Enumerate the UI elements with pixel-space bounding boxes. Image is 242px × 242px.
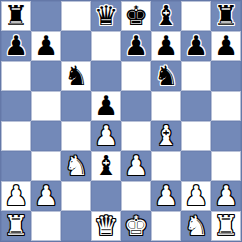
square-d1[interactable]: ♛ — [91, 211, 121, 241]
square-h2[interactable]: ♟ — [211, 181, 241, 211]
black-pawn-b7[interactable]: ♟ — [34, 31, 58, 61]
square-f3[interactable] — [151, 151, 181, 181]
square-d7[interactable] — [91, 31, 121, 61]
square-a2[interactable]: ♟ — [1, 181, 31, 211]
white-pawn-f2[interactable]: ♟ — [154, 181, 178, 211]
white-pawn-g2[interactable]: ♟ — [184, 181, 208, 211]
square-e8[interactable]: ♚ — [121, 1, 151, 31]
chess-board: ♜♛♚♝♜♟♟♟♟♟♟♞♞♟♟♝♞♝♟♟♟♟♟♟♜♛♚♞♜ — [0, 0, 242, 242]
black-bishop-f8[interactable]: ♝ — [154, 1, 178, 31]
square-c6[interactable]: ♞ — [61, 61, 91, 91]
black-pawn-g7[interactable]: ♟ — [184, 31, 208, 61]
square-e6[interactable] — [121, 61, 151, 91]
square-f1[interactable] — [151, 211, 181, 241]
square-e4[interactable] — [121, 121, 151, 151]
square-e1[interactable]: ♚ — [121, 211, 151, 241]
square-f8[interactable]: ♝ — [151, 1, 181, 31]
square-d4[interactable]: ♟ — [91, 121, 121, 151]
square-g5[interactable] — [181, 91, 211, 121]
black-bishop-d3[interactable]: ♝ — [94, 151, 118, 181]
square-h3[interactable] — [211, 151, 241, 181]
square-d3[interactable]: ♝ — [91, 151, 121, 181]
white-bishop-f4[interactable]: ♝ — [154, 121, 178, 151]
square-a7[interactable]: ♟ — [1, 31, 31, 61]
square-a3[interactable] — [1, 151, 31, 181]
black-king-e8[interactable]: ♚ — [124, 1, 148, 31]
black-rook-a8[interactable]: ♜ — [4, 1, 28, 31]
square-h7[interactable]: ♟ — [211, 31, 241, 61]
square-d5[interactable]: ♟ — [91, 91, 121, 121]
square-g3[interactable] — [181, 151, 211, 181]
black-knight-c6[interactable]: ♞ — [64, 61, 88, 91]
square-e5[interactable] — [121, 91, 151, 121]
white-rook-a1[interactable]: ♜ — [4, 211, 28, 241]
square-c7[interactable] — [61, 31, 91, 61]
white-knight-g1[interactable]: ♞ — [184, 211, 208, 241]
square-b4[interactable] — [31, 121, 61, 151]
square-e3[interactable]: ♟ — [121, 151, 151, 181]
black-knight-f6[interactable]: ♞ — [154, 61, 178, 91]
black-pawn-d5[interactable]: ♟ — [94, 91, 118, 121]
square-a4[interactable] — [1, 121, 31, 151]
square-e7[interactable]: ♟ — [121, 31, 151, 61]
white-knight-c3[interactable]: ♞ — [64, 151, 88, 181]
white-rook-h1[interactable]: ♜ — [214, 211, 238, 241]
square-h8[interactable]: ♜ — [211, 1, 241, 31]
white-pawn-e3[interactable]: ♟ — [124, 151, 148, 181]
square-h1[interactable]: ♜ — [211, 211, 241, 241]
square-c1[interactable] — [61, 211, 91, 241]
square-b1[interactable] — [31, 211, 61, 241]
square-a1[interactable]: ♜ — [1, 211, 31, 241]
square-c8[interactable] — [61, 1, 91, 31]
square-g2[interactable]: ♟ — [181, 181, 211, 211]
black-queen-d8[interactable]: ♛ — [94, 1, 118, 31]
black-rook-h8[interactable]: ♜ — [214, 1, 238, 31]
white-pawn-h2[interactable]: ♟ — [214, 181, 238, 211]
square-b6[interactable] — [31, 61, 61, 91]
square-b3[interactable] — [31, 151, 61, 181]
square-d2[interactable] — [91, 181, 121, 211]
square-d6[interactable] — [91, 61, 121, 91]
square-f5[interactable] — [151, 91, 181, 121]
chess-board-window: ♜♛♚♝♜♟♟♟♟♟♟♞♞♟♟♝♞♝♟♟♟♟♟♟♜♛♚♞♜ — [0, 0, 242, 242]
white-pawn-d4[interactable]: ♟ — [94, 121, 118, 151]
square-c4[interactable] — [61, 121, 91, 151]
square-f7[interactable]: ♟ — [151, 31, 181, 61]
square-c5[interactable] — [61, 91, 91, 121]
square-g1[interactable]: ♞ — [181, 211, 211, 241]
square-h5[interactable] — [211, 91, 241, 121]
square-b5[interactable] — [31, 91, 61, 121]
square-h6[interactable] — [211, 61, 241, 91]
square-b8[interactable] — [31, 1, 61, 31]
square-c2[interactable] — [61, 181, 91, 211]
square-h4[interactable] — [211, 121, 241, 151]
black-pawn-h7[interactable]: ♟ — [214, 31, 238, 61]
square-f2[interactable]: ♟ — [151, 181, 181, 211]
black-pawn-e7[interactable]: ♟ — [124, 31, 148, 61]
square-g7[interactable]: ♟ — [181, 31, 211, 61]
square-a5[interactable] — [1, 91, 31, 121]
square-a6[interactable] — [1, 61, 31, 91]
square-c3[interactable]: ♞ — [61, 151, 91, 181]
white-pawn-b2[interactable]: ♟ — [34, 181, 58, 211]
square-g6[interactable] — [181, 61, 211, 91]
white-queen-d1[interactable]: ♛ — [94, 211, 118, 241]
square-f6[interactable]: ♞ — [151, 61, 181, 91]
white-king-e1[interactable]: ♚ — [124, 211, 148, 241]
black-pawn-f7[interactable]: ♟ — [154, 31, 178, 61]
square-a8[interactable]: ♜ — [1, 1, 31, 31]
square-f4[interactable]: ♝ — [151, 121, 181, 151]
square-d8[interactable]: ♛ — [91, 1, 121, 31]
black-pawn-a7[interactable]: ♟ — [4, 31, 28, 61]
square-g8[interactable] — [181, 1, 211, 31]
square-b2[interactable]: ♟ — [31, 181, 61, 211]
square-g4[interactable] — [181, 121, 211, 151]
white-pawn-a2[interactable]: ♟ — [4, 181, 28, 211]
square-e2[interactable] — [121, 181, 151, 211]
square-b7[interactable]: ♟ — [31, 31, 61, 61]
